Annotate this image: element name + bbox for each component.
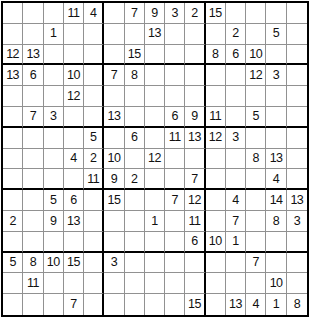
cell-r15c9[interactable] bbox=[165, 294, 185, 315]
cell-r4c1: 13 bbox=[3, 65, 23, 86]
cell-r13c11[interactable] bbox=[206, 253, 226, 274]
cell-r12c3[interactable] bbox=[44, 232, 64, 253]
cell-r5c14[interactable] bbox=[266, 86, 286, 107]
cell-r1c13[interactable] bbox=[246, 3, 266, 24]
cell-r2c1[interactable] bbox=[3, 24, 23, 45]
cell-r15c11[interactable] bbox=[206, 294, 226, 315]
cell-r11c14: 8 bbox=[266, 211, 286, 232]
cell-r9c4[interactable] bbox=[64, 169, 84, 190]
cell-r15c15: 8 bbox=[287, 294, 307, 315]
cell-r13c5[interactable] bbox=[84, 253, 104, 274]
cell-r11c12: 7 bbox=[226, 211, 246, 232]
cell-r4c5[interactable] bbox=[84, 65, 104, 86]
cell-r8c8: 12 bbox=[145, 149, 165, 170]
cell-r9c7: 2 bbox=[125, 169, 145, 190]
cell-r10c6: 15 bbox=[104, 190, 124, 211]
cell-r13c15[interactable] bbox=[287, 253, 307, 274]
cell-r6c11: 11 bbox=[206, 107, 226, 128]
cell-r6c7[interactable] bbox=[125, 107, 145, 128]
cell-r14c13[interactable] bbox=[246, 273, 266, 294]
cell-r1c7: 7 bbox=[125, 3, 145, 24]
cell-r6c8[interactable] bbox=[145, 107, 165, 128]
cell-r13c1: 5 bbox=[3, 253, 23, 274]
cell-r4c4: 10 bbox=[64, 65, 84, 86]
cell-r14c8[interactable] bbox=[145, 273, 165, 294]
cell-r10c7[interactable] bbox=[125, 190, 145, 211]
cell-r8c2[interactable] bbox=[23, 149, 43, 170]
cell-r3c15[interactable] bbox=[287, 45, 307, 66]
cell-r12c14[interactable] bbox=[266, 232, 286, 253]
cell-r3c10[interactable] bbox=[185, 45, 205, 66]
cell-r15c7[interactable] bbox=[125, 294, 145, 315]
cell-r9c10: 7 bbox=[185, 169, 205, 190]
cell-r10c10: 12 bbox=[185, 190, 205, 211]
cell-r7c1[interactable] bbox=[3, 128, 23, 149]
cell-r8c6: 10 bbox=[104, 149, 124, 170]
cell-r7c5: 5 bbox=[84, 128, 104, 149]
cell-r10c9: 7 bbox=[165, 190, 185, 211]
cell-r5c12[interactable] bbox=[226, 86, 246, 107]
cell-r8c12[interactable] bbox=[226, 149, 246, 170]
cell-r11c10: 11 bbox=[185, 211, 205, 232]
cell-r10c4: 6 bbox=[64, 190, 84, 211]
cell-r15c4: 7 bbox=[64, 294, 84, 315]
cell-r15c3[interactable] bbox=[44, 294, 64, 315]
cell-r7c10: 13 bbox=[185, 128, 205, 149]
cell-r15c8[interactable] bbox=[145, 294, 165, 315]
cell-r4c7: 8 bbox=[125, 65, 145, 86]
cell-r7c2[interactable] bbox=[23, 128, 43, 149]
cell-r5c10[interactable] bbox=[185, 86, 205, 107]
cell-r2c12: 2 bbox=[226, 24, 246, 45]
cell-r14c6[interactable] bbox=[104, 273, 124, 294]
cell-r5c7[interactable] bbox=[125, 86, 145, 107]
cell-r13c14[interactable] bbox=[266, 253, 286, 274]
cell-r14c1[interactable] bbox=[3, 273, 23, 294]
cell-r1c5: 4 bbox=[84, 3, 104, 24]
cell-r13c13: 7 bbox=[246, 253, 266, 274]
cell-r13c7[interactable] bbox=[125, 253, 145, 274]
cell-r14c7[interactable] bbox=[125, 273, 145, 294]
cell-r8c1[interactable] bbox=[3, 149, 23, 170]
cell-r12c13[interactable] bbox=[246, 232, 266, 253]
cell-r14c10[interactable] bbox=[185, 273, 205, 294]
cell-r1c8: 9 bbox=[145, 3, 165, 24]
cell-r13c10[interactable] bbox=[185, 253, 205, 274]
cell-r14c9[interactable] bbox=[165, 273, 185, 294]
cell-r3c3[interactable] bbox=[44, 45, 64, 66]
cell-r11c3: 9 bbox=[44, 211, 64, 232]
cell-r9c9[interactable] bbox=[165, 169, 185, 190]
cell-r9c1[interactable] bbox=[3, 169, 23, 190]
cell-r12c10: 6 bbox=[185, 232, 205, 253]
cell-r8c13: 8 bbox=[246, 149, 266, 170]
cell-r14c5[interactable] bbox=[84, 273, 104, 294]
cell-r2c15[interactable] bbox=[287, 24, 307, 45]
cell-r9c15[interactable] bbox=[287, 169, 307, 190]
cell-r15c6[interactable] bbox=[104, 294, 124, 315]
cell-r5c5[interactable] bbox=[84, 86, 104, 107]
cell-r7c7: 6 bbox=[125, 128, 145, 149]
cell-r10c12: 4 bbox=[226, 190, 246, 211]
cell-r1c9: 3 bbox=[165, 3, 185, 24]
cell-r13c2: 8 bbox=[23, 253, 43, 274]
cell-r7c13[interactable] bbox=[246, 128, 266, 149]
cell-r13c9[interactable] bbox=[165, 253, 185, 274]
cell-r12c9[interactable] bbox=[165, 232, 185, 253]
cell-r1c14[interactable] bbox=[266, 3, 286, 24]
cell-r4c14: 3 bbox=[266, 65, 286, 86]
cell-r14c4[interactable] bbox=[64, 273, 84, 294]
cell-r10c8[interactable] bbox=[145, 190, 165, 211]
cell-r11c4: 13 bbox=[64, 211, 84, 232]
cell-r6c15[interactable] bbox=[287, 107, 307, 128]
cell-r4c9[interactable] bbox=[165, 65, 185, 86]
cell-r3c6[interactable] bbox=[104, 45, 124, 66]
cell-r9c11[interactable] bbox=[206, 169, 226, 190]
cell-r6c13: 5 bbox=[246, 107, 266, 128]
cell-r14c2: 11 bbox=[23, 273, 43, 294]
cell-r13c12[interactable] bbox=[226, 253, 246, 274]
cell-r15c2[interactable] bbox=[23, 294, 43, 315]
cell-r10c14: 14 bbox=[266, 190, 286, 211]
cell-r2c9[interactable] bbox=[165, 24, 185, 45]
cell-r1c12[interactable] bbox=[226, 3, 246, 24]
cell-r3c13: 10 bbox=[246, 45, 266, 66]
cell-r3c14[interactable] bbox=[266, 45, 286, 66]
cell-r6c10: 9 bbox=[185, 107, 205, 128]
cell-r7c9: 11 bbox=[165, 128, 185, 149]
cell-r13c3: 10 bbox=[44, 253, 64, 274]
cell-r14c11[interactable] bbox=[206, 273, 226, 294]
cell-r12c12: 1 bbox=[226, 232, 246, 253]
cell-r9c2[interactable] bbox=[23, 169, 43, 190]
cell-r2c4[interactable] bbox=[64, 24, 84, 45]
cell-r5c15[interactable] bbox=[287, 86, 307, 107]
cell-r9c14: 4 bbox=[266, 169, 286, 190]
cell-r6c1[interactable] bbox=[3, 107, 23, 128]
cell-r5c1[interactable] bbox=[3, 86, 23, 107]
cell-r11c9[interactable] bbox=[165, 211, 185, 232]
cell-r2c11[interactable] bbox=[206, 24, 226, 45]
cell-r15c10: 15 bbox=[185, 294, 205, 315]
cell-r5c13[interactable] bbox=[246, 86, 266, 107]
cell-r1c3[interactable] bbox=[44, 3, 64, 24]
cell-r15c5[interactable] bbox=[84, 294, 104, 315]
cell-r8c14: 13 bbox=[266, 149, 286, 170]
cell-r2c5[interactable] bbox=[84, 24, 104, 45]
cell-r15c13: 4 bbox=[246, 294, 266, 315]
cell-r10c1[interactable] bbox=[3, 190, 23, 211]
cell-r7c4[interactable] bbox=[64, 128, 84, 149]
cell-r4c3[interactable] bbox=[44, 65, 64, 86]
cell-r3c1: 12 bbox=[3, 45, 23, 66]
cell-r13c6: 3 bbox=[104, 253, 124, 274]
cell-r4c13: 12 bbox=[246, 65, 266, 86]
cell-r2c7[interactable] bbox=[125, 24, 145, 45]
cell-r2c3: 1 bbox=[44, 24, 64, 45]
cell-r1c4: 11 bbox=[64, 3, 84, 24]
cell-r3c5[interactable] bbox=[84, 45, 104, 66]
cell-r8c11[interactable] bbox=[206, 149, 226, 170]
cell-r11c2[interactable] bbox=[23, 211, 43, 232]
cell-r5c6[interactable] bbox=[104, 86, 124, 107]
cell-r6c9: 6 bbox=[165, 107, 185, 128]
cell-r5c4: 12 bbox=[64, 86, 84, 107]
cell-r15c14: 1 bbox=[266, 294, 286, 315]
cell-r5c2[interactable] bbox=[23, 86, 43, 107]
cell-r3c8[interactable] bbox=[145, 45, 165, 66]
cell-r6c6: 13 bbox=[104, 107, 124, 128]
cell-r7c3[interactable] bbox=[44, 128, 64, 149]
cell-r4c8[interactable] bbox=[145, 65, 165, 86]
cell-r14c15[interactable] bbox=[287, 273, 307, 294]
cell-r2c14: 5 bbox=[266, 24, 286, 45]
cell-r6c3: 3 bbox=[44, 107, 64, 128]
cell-r7c8[interactable] bbox=[145, 128, 165, 149]
cell-r3c11: 8 bbox=[206, 45, 226, 66]
cell-r11c5[interactable] bbox=[84, 211, 104, 232]
cell-r5c11[interactable] bbox=[206, 86, 226, 107]
cell-r13c4: 15 bbox=[64, 253, 84, 274]
cell-r14c3[interactable] bbox=[44, 273, 64, 294]
cell-r4c12[interactable] bbox=[226, 65, 246, 86]
cell-r12c11: 10 bbox=[206, 232, 226, 253]
cell-r14c14: 10 bbox=[266, 273, 286, 294]
cell-r5c9[interactable] bbox=[165, 86, 185, 107]
cell-r8c3[interactable] bbox=[44, 149, 64, 170]
cell-r7c11: 12 bbox=[206, 128, 226, 149]
cell-r4c11[interactable] bbox=[206, 65, 226, 86]
cell-r3c12: 6 bbox=[226, 45, 246, 66]
sudoku-board: 1147932151132512131586101361078123127313… bbox=[1, 1, 309, 317]
cell-r12c7[interactable] bbox=[125, 232, 145, 253]
cell-r15c1[interactable] bbox=[3, 294, 23, 315]
cell-r9c5: 11 bbox=[84, 169, 104, 190]
cell-r11c15: 3 bbox=[287, 211, 307, 232]
cell-r7c12: 3 bbox=[226, 128, 246, 149]
cell-r3c2: 13 bbox=[23, 45, 43, 66]
cell-r1c15[interactable] bbox=[287, 3, 307, 24]
cell-r11c11[interactable] bbox=[206, 211, 226, 232]
cell-r8c10[interactable] bbox=[185, 149, 205, 170]
cell-r6c2: 7 bbox=[23, 107, 43, 128]
cell-r9c8[interactable] bbox=[145, 169, 165, 190]
cell-r8c5: 2 bbox=[84, 149, 104, 170]
cell-r12c8[interactable] bbox=[145, 232, 165, 253]
cell-r6c14[interactable] bbox=[266, 107, 286, 128]
cell-r3c4[interactable] bbox=[64, 45, 84, 66]
cell-r2c6[interactable] bbox=[104, 24, 124, 45]
cell-r3c9[interactable] bbox=[165, 45, 185, 66]
cell-r10c3: 5 bbox=[44, 190, 64, 211]
cell-r11c6[interactable] bbox=[104, 211, 124, 232]
cell-r10c2[interactable] bbox=[23, 190, 43, 211]
cell-r15c12: 13 bbox=[226, 294, 246, 315]
cell-r8c4: 4 bbox=[64, 149, 84, 170]
cell-r1c1[interactable] bbox=[3, 3, 23, 24]
cell-r4c2: 6 bbox=[23, 65, 43, 86]
cell-r6c4[interactable] bbox=[64, 107, 84, 128]
cell-r5c3[interactable] bbox=[44, 86, 64, 107]
cell-r8c15[interactable] bbox=[287, 149, 307, 170]
cell-r2c8: 13 bbox=[145, 24, 165, 45]
cell-r1c10: 2 bbox=[185, 3, 205, 24]
cell-r9c13[interactable] bbox=[246, 169, 266, 190]
cell-r8c9[interactable] bbox=[165, 149, 185, 170]
cell-r10c5[interactable] bbox=[84, 190, 104, 211]
cell-r6c5[interactable] bbox=[84, 107, 104, 128]
cell-r11c1: 2 bbox=[3, 211, 23, 232]
cell-r7c15[interactable] bbox=[287, 128, 307, 149]
cell-r11c8: 1 bbox=[145, 211, 165, 232]
cell-r12c2[interactable] bbox=[23, 232, 43, 253]
cell-r9c3[interactable] bbox=[44, 169, 64, 190]
cell-r7c14[interactable] bbox=[266, 128, 286, 149]
cell-r12c1[interactable] bbox=[3, 232, 23, 253]
cell-r4c6: 7 bbox=[104, 65, 124, 86]
cell-r11c13[interactable] bbox=[246, 211, 266, 232]
cell-r12c4[interactable] bbox=[64, 232, 84, 253]
cell-r1c2[interactable] bbox=[23, 3, 43, 24]
cell-r1c6[interactable] bbox=[104, 3, 124, 24]
cell-r9c12[interactable] bbox=[226, 169, 246, 190]
cell-r12c15[interactable] bbox=[287, 232, 307, 253]
cell-r7c6[interactable] bbox=[104, 128, 124, 149]
cell-r6c12[interactable] bbox=[226, 107, 246, 128]
cell-r10c15: 13 bbox=[287, 190, 307, 211]
cell-r10c11[interactable] bbox=[206, 190, 226, 211]
cell-r3c7: 15 bbox=[125, 45, 145, 66]
cell-r2c13[interactable] bbox=[246, 24, 266, 45]
cell-r1c11: 15 bbox=[206, 3, 226, 24]
cell-r11c7[interactable] bbox=[125, 211, 145, 232]
cell-r2c2[interactable] bbox=[23, 24, 43, 45]
cell-r5c8[interactable] bbox=[145, 86, 165, 107]
cell-r13c8[interactable] bbox=[145, 253, 165, 274]
cell-r4c15[interactable] bbox=[287, 65, 307, 86]
cell-r10c13[interactable] bbox=[246, 190, 266, 211]
cell-r14c12[interactable] bbox=[226, 273, 246, 294]
cell-r12c5[interactable] bbox=[84, 232, 104, 253]
cell-r8c7[interactable] bbox=[125, 149, 145, 170]
cell-r2c10[interactable] bbox=[185, 24, 205, 45]
cell-r4c10[interactable] bbox=[185, 65, 205, 86]
cell-r9c6: 9 bbox=[104, 169, 124, 190]
cell-r12c6[interactable] bbox=[104, 232, 124, 253]
